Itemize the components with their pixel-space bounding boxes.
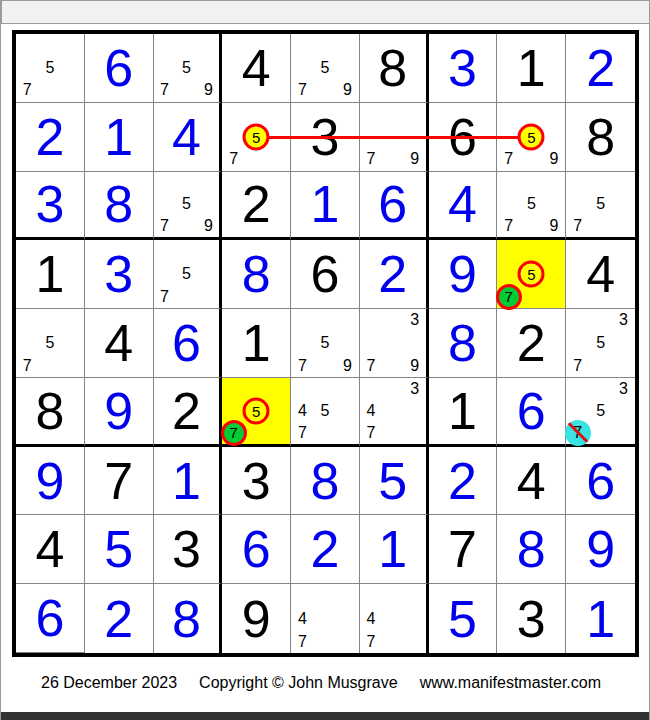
candidate-slot-4: [291, 332, 314, 355]
cell-r7c9[interactable]: 6: [566, 447, 635, 516]
eliminated-candidate-7: 7: [565, 420, 591, 446]
cell-r7c5[interactable]: 8: [291, 447, 360, 516]
candidate-slot-5: [314, 607, 337, 630]
cell-r3c5[interactable]: 1: [291, 172, 360, 241]
given-digit: 8: [360, 34, 426, 102]
candidate-slot-4: [222, 400, 245, 422]
candidate-slot-6: [197, 57, 219, 80]
candidate-slot-6: [612, 193, 635, 215]
candidate-slot-2: [382, 309, 404, 332]
solved-digit: 8: [429, 309, 497, 377]
candidate-slot-6: [61, 57, 84, 80]
title-bar: [1, 0, 650, 24]
candidate-slot-2: [589, 309, 612, 332]
candidate-slot-4: [154, 57, 176, 80]
cell-r3c9[interactable]: 57: [566, 172, 635, 241]
given-digit: 3: [222, 447, 290, 515]
solved-digit: 6: [16, 584, 84, 652]
cell-r9c1[interactable]: 6: [16, 584, 85, 653]
candidate-slot-3: [612, 172, 635, 194]
candidates: 57: [154, 240, 220, 308]
cell-r9c3[interactable]: 8: [154, 584, 223, 653]
sudoku-grid: 5765794579831221457379657983857921645795…: [12, 30, 639, 657]
cell-r5c7[interactable]: 8: [429, 309, 498, 378]
given-digit: 9: [222, 584, 290, 653]
candidate-slot-2: [175, 172, 197, 194]
cell-r1c4[interactable]: 4: [222, 34, 291, 103]
candidates: 379: [360, 309, 426, 377]
candidate-slot-5: 5: [314, 400, 337, 422]
candidate-slot-7: 7: [16, 79, 39, 102]
solved-digit: 9: [566, 515, 635, 583]
candidate-slot-1: [291, 34, 314, 57]
candidate-slot-7: 7: [360, 422, 382, 444]
candidates: 357: [566, 378, 635, 444]
strong-link-line: [257, 136, 532, 139]
candidate-slot-4: [16, 57, 39, 80]
candidate-slot-1: [154, 34, 176, 57]
candidate-slot-5: 5: [520, 193, 543, 215]
candidate-slot-4: 4: [291, 400, 314, 422]
bottom-edge: [1, 712, 650, 720]
candidate-slot-2: [245, 103, 268, 126]
cell-r7c1[interactable]: 9: [16, 447, 85, 516]
candidate-slot-2: [314, 378, 337, 400]
cell-r4c8[interactable]: 57: [497, 240, 566, 309]
cell-r1c2[interactable]: 6: [85, 34, 154, 103]
candidate-slot-7: 7: [360, 630, 382, 653]
candidate-slot-6: [543, 263, 566, 286]
candidate-slot-1: [222, 103, 245, 126]
candidate-slot-1: [360, 584, 382, 607]
candidate-slot-1: [497, 103, 520, 126]
candidate-slot-5: 5: [520, 125, 543, 148]
candidates: 47: [360, 584, 426, 653]
candidate-slot-1: [222, 378, 245, 400]
solved-digit: 8: [291, 447, 359, 515]
candidate-slot-3: 3: [404, 309, 426, 332]
candidate-slot-7: 7: [291, 422, 314, 444]
candidates: 579: [291, 309, 359, 377]
candidate-slot-3: [543, 240, 566, 263]
candidate-slot-3: [404, 584, 426, 607]
solved-digit: 6: [85, 34, 153, 102]
solved-digit: 3: [16, 172, 84, 238]
candidate-slot-3: [197, 172, 219, 194]
given-digit: 1: [429, 378, 497, 444]
candidates: 579: [291, 34, 359, 102]
cell-r8c7[interactable]: 7: [429, 515, 498, 584]
candidate-slot-5: 5: [175, 193, 197, 215]
cell-r1c3[interactable]: 579: [154, 34, 223, 103]
cell-r8c8[interactable]: 8: [497, 515, 566, 584]
candidate-slot-3: [336, 34, 359, 57]
solved-digit: 6: [154, 309, 220, 377]
candidate-slot-4: [222, 125, 245, 148]
solved-digit: 8: [85, 172, 153, 238]
candidate-slot-4: [497, 263, 520, 286]
candidate-slot-4: [154, 193, 176, 215]
candidate-slot-8: [589, 422, 612, 444]
cell-r3c3[interactable]: 579: [154, 172, 223, 241]
candidate-slot-3: [268, 378, 291, 400]
candidate-slot-8: [245, 422, 268, 444]
cell-r6c8[interactable]: 6: [497, 378, 566, 447]
cell-r1c6[interactable]: 8: [360, 34, 429, 103]
cell-r9c2[interactable]: 2: [85, 584, 154, 653]
cell-r6c9[interactable]: 357: [566, 378, 635, 447]
given-digit: 6: [291, 240, 359, 308]
cell-r9c6[interactable]: 47: [360, 584, 429, 653]
candidates: 57: [16, 34, 84, 102]
candidate-slot-7: 7: [222, 148, 245, 171]
cell-r4c6[interactable]: 2: [360, 240, 429, 309]
candidates: 57: [566, 172, 635, 238]
candidate-slot-2: [589, 172, 612, 194]
cell-r6c1[interactable]: 8: [16, 378, 85, 447]
candidate-slot-6: [197, 263, 219, 286]
cell-r3c7[interactable]: 4: [429, 172, 498, 241]
candidate-slot-7: 7: [16, 354, 39, 377]
candidate-slot-2: [589, 378, 612, 400]
cell-r1c5[interactable]: 579: [291, 34, 360, 103]
cell-r6c7[interactable]: 1: [429, 378, 498, 447]
candidate-slot-1: [154, 240, 176, 263]
cell-r3c1[interactable]: 3: [16, 172, 85, 241]
candidate-slot-5: 5: [589, 193, 612, 215]
circled-candidate-5: 5: [518, 261, 545, 288]
candidate-slot-3: [197, 34, 219, 57]
candidates: 579: [154, 34, 220, 102]
candidate-slot-6: [612, 400, 635, 422]
circled-candidate-5: 5: [518, 123, 545, 150]
candidate-slot-1: [154, 172, 176, 194]
cell-r4c3[interactable]: 57: [154, 240, 223, 309]
candidate-slot-9: [61, 79, 84, 102]
candidate-slot-6: [612, 332, 635, 355]
solved-digit: 6: [222, 515, 290, 583]
cell-r3c8[interactable]: 579: [497, 172, 566, 241]
candidate-slot-8: [175, 286, 197, 309]
candidate-slot-7: 7: [154, 215, 176, 237]
candidate-slot-1: [16, 309, 39, 332]
given-digit: 4: [497, 447, 565, 515]
candidate-slot-2: [520, 240, 543, 263]
candidates: 457: [291, 378, 359, 444]
solved-digit: 4: [154, 103, 220, 171]
candidate-slot-7: 7: [497, 286, 520, 309]
circled-candidate-7: 7: [221, 420, 247, 446]
cell-r8c9[interactable]: 9: [566, 515, 635, 584]
candidate-slot-8: [382, 148, 404, 171]
candidate-slot-2: [175, 34, 197, 57]
cell-r6c6[interactable]: 347: [360, 378, 429, 447]
candidate-slot-5: 5: [520, 263, 543, 286]
candidate-slot-2: [39, 34, 62, 57]
candidate-slot-3: [61, 34, 84, 57]
candidate-slot-3: [336, 309, 359, 332]
candidate-slot-8: [175, 79, 197, 102]
candidate-slot-8: [382, 354, 404, 377]
candidate-slot-9: 9: [197, 215, 219, 237]
cell-r1c1[interactable]: 57: [16, 34, 85, 103]
given-digit: 2: [222, 172, 290, 238]
candidate-slot-5: [382, 400, 404, 422]
candidate-slot-4: [566, 193, 589, 215]
candidate-slot-8: [175, 215, 197, 237]
candidate-slot-7: 7: [222, 422, 245, 444]
solved-digit: 9: [85, 378, 153, 444]
given-digit: 4: [85, 309, 153, 377]
cell-r4c9[interactable]: 4: [566, 240, 635, 309]
cell-r9c9[interactable]: 1: [566, 584, 635, 653]
footer: 26 December 2023 Copyright © John Musgra…: [41, 670, 611, 696]
candidate-slot-1: [291, 309, 314, 332]
candidates: 579: [154, 172, 220, 238]
candidate-slot-6: [404, 332, 426, 355]
solved-digit: 5: [429, 584, 497, 653]
given-digit: 1: [16, 240, 84, 308]
given-digit: 3: [497, 584, 565, 653]
cell-r8c3[interactable]: 3: [154, 515, 223, 584]
cell-r3c2[interactable]: 8: [85, 172, 154, 241]
solved-digit: 5: [360, 447, 426, 515]
cell-r8c4[interactable]: 6: [222, 515, 291, 584]
candidate-slot-5: 5: [589, 400, 612, 422]
cell-r9c7[interactable]: 5: [429, 584, 498, 653]
candidate-slot-5: 5: [39, 332, 62, 355]
candidate-slot-1: [497, 240, 520, 263]
given-digit: 4: [566, 240, 635, 308]
candidate-slot-4: [566, 400, 589, 422]
candidate-slot-6: [543, 193, 566, 215]
cell-r7c7[interactable]: 2: [429, 447, 498, 516]
cell-r6c3[interactable]: 2: [154, 378, 223, 447]
candidate-slot-6: [268, 400, 291, 422]
candidate-slot-9: [404, 630, 426, 653]
cell-r7c8[interactable]: 4: [497, 447, 566, 516]
cell-r5c5[interactable]: 579: [291, 309, 360, 378]
candidate-slot-3: 3: [612, 309, 635, 332]
candidate-slot-1: [497, 172, 520, 194]
given-digit: 4: [222, 34, 290, 102]
candidate-slot-9: [197, 286, 219, 309]
candidate-slot-8: [314, 354, 337, 377]
given-digit: 4: [16, 515, 84, 583]
solved-digit: 8: [222, 240, 290, 308]
cell-r3c6[interactable]: 6: [360, 172, 429, 241]
candidate-slot-9: 9: [336, 354, 359, 377]
candidate-slot-5: 5: [245, 125, 268, 148]
solved-digit: 9: [16, 447, 84, 515]
candidate-slot-8: [520, 215, 543, 237]
candidate-slot-2: [175, 240, 197, 263]
candidate-slot-4: 4: [291, 607, 314, 630]
candidate-slot-9: [404, 422, 426, 444]
given-digit: 7: [85, 447, 153, 515]
cell-r5c2[interactable]: 4: [85, 309, 154, 378]
candidate-slot-4: [497, 193, 520, 215]
candidate-slot-8: [589, 354, 612, 377]
candidate-slot-1: [566, 309, 589, 332]
candidate-slot-3: [61, 309, 84, 332]
solved-digit: 2: [16, 103, 84, 171]
circled-candidate-5: 5: [243, 123, 270, 150]
cell-r8c1[interactable]: 4: [16, 515, 85, 584]
candidate-slot-1: [360, 309, 382, 332]
candidate-slot-4: [360, 332, 382, 355]
candidates: 47: [291, 584, 359, 653]
candidate-slot-2: [382, 584, 404, 607]
candidates: 57: [222, 378, 290, 444]
solved-digit: 9: [429, 240, 497, 308]
candidate-slot-9: [543, 286, 566, 309]
cell-r1c7[interactable]: 3: [429, 34, 498, 103]
cell-r7c4[interactable]: 3: [222, 447, 291, 516]
solved-digit: 1: [85, 103, 153, 171]
given-digit: 2: [497, 309, 565, 377]
candidate-slot-2: [314, 309, 337, 332]
candidate-slot-6: [404, 400, 426, 422]
candidate-slot-9: [336, 630, 359, 653]
cell-r5c6[interactable]: 379: [360, 309, 429, 378]
cell-r5c1[interactable]: 57: [16, 309, 85, 378]
cell-r4c4[interactable]: 8: [222, 240, 291, 309]
candidate-slot-8: [314, 79, 337, 102]
candidate-slot-5: 5: [39, 57, 62, 80]
candidate-slot-3: [336, 378, 359, 400]
candidate-slot-9: [612, 215, 635, 237]
candidate-slot-7: 7: [154, 79, 176, 102]
candidate-slot-1: [291, 378, 314, 400]
candidate-slot-8: [382, 422, 404, 444]
cell-r9c5[interactable]: 47: [291, 584, 360, 653]
cell-r5c8[interactable]: 2: [497, 309, 566, 378]
candidate-slot-7: 7: [360, 148, 382, 171]
candidate-slot-6: [543, 125, 566, 148]
given-digit: 7: [429, 515, 497, 583]
cell-r8c5[interactable]: 2: [291, 515, 360, 584]
solved-digit: 1: [566, 584, 635, 653]
candidate-slot-2: [382, 378, 404, 400]
cell-r8c6[interactable]: 1: [360, 515, 429, 584]
footer-website: www.manifestmaster.com: [420, 674, 601, 692]
candidate-slot-7: 7: [360, 354, 382, 377]
candidate-slot-5: [382, 332, 404, 355]
candidate-slot-8: [39, 354, 62, 377]
candidate-slot-8: [589, 215, 612, 237]
solved-digit: 6: [497, 378, 565, 444]
cell-r7c6[interactable]: 5: [360, 447, 429, 516]
cell-r3c4[interactable]: 2: [222, 172, 291, 241]
cell-r1c8[interactable]: 1: [497, 34, 566, 103]
candidate-slot-3: 3: [612, 378, 635, 400]
candidate-slot-2: [382, 103, 404, 126]
candidate-slot-4: 4: [360, 607, 382, 630]
candidate-slot-6: [197, 193, 219, 215]
cell-r1c9[interactable]: 2: [566, 34, 635, 103]
cell-r5c3[interactable]: 6: [154, 309, 223, 378]
cell-r2c9[interactable]: 8: [566, 103, 635, 172]
candidate-slot-9: 9: [543, 215, 566, 237]
candidate-slot-2: [520, 103, 543, 126]
candidate-slot-2: [314, 34, 337, 57]
cell-r7c2[interactable]: 7: [85, 447, 154, 516]
candidate-slot-1: [291, 584, 314, 607]
cell-r6c2[interactable]: 9: [85, 378, 154, 447]
candidate-slot-6: [336, 332, 359, 355]
candidate-slot-4: [291, 57, 314, 80]
cell-r6c4[interactable]: 57: [222, 378, 291, 447]
candidate-slot-4: [16, 332, 39, 355]
footer-date: 26 December 2023: [41, 674, 177, 692]
given-digit: 3: [154, 515, 220, 583]
candidate-slot-7: 7: [291, 630, 314, 653]
cell-r5c9[interactable]: 357: [566, 309, 635, 378]
cell-r9c4[interactable]: 9: [222, 584, 291, 653]
solved-digit: 1: [291, 172, 359, 238]
solved-digit: 8: [497, 515, 565, 583]
candidate-slot-9: [612, 422, 635, 444]
candidate-slot-7: 7: [497, 215, 520, 237]
candidate-slot-3: [543, 172, 566, 194]
cell-r4c7[interactable]: 9: [429, 240, 498, 309]
solved-digit: 5: [85, 515, 153, 583]
candidate-slot-5: 5: [175, 263, 197, 286]
candidate-slot-7: 7: [566, 422, 589, 444]
solved-digit: 2: [291, 515, 359, 583]
candidate-slot-9: 9: [197, 79, 219, 102]
cell-r8c2[interactable]: 5: [85, 515, 154, 584]
cell-r4c2[interactable]: 3: [85, 240, 154, 309]
solved-digit: 2: [85, 584, 153, 653]
candidate-slot-9: [61, 354, 84, 377]
solved-digit: 2: [566, 34, 635, 102]
candidate-slot-6: [336, 400, 359, 422]
cell-r2c2[interactable]: 1: [85, 103, 154, 172]
candidate-slot-6: [336, 607, 359, 630]
cell-r7c3[interactable]: 1: [154, 447, 223, 516]
cell-r6c5[interactable]: 457: [291, 378, 360, 447]
candidate-slot-3: [543, 103, 566, 126]
given-digit: 1: [222, 309, 290, 377]
candidate-slot-2: [39, 309, 62, 332]
circled-candidate-5: 5: [243, 397, 270, 424]
solved-digit: 6: [566, 447, 635, 515]
given-digit: 8: [566, 103, 635, 171]
candidates: 347: [360, 378, 426, 444]
cell-r4c5[interactable]: 6: [291, 240, 360, 309]
circled-candidate-7: 7: [496, 284, 522, 310]
cell-r5c4[interactable]: 1: [222, 309, 291, 378]
footer-copyright: Copyright © John Musgrave: [199, 674, 398, 692]
solved-digit: 8: [154, 584, 220, 653]
candidate-slot-8: [382, 630, 404, 653]
candidate-slot-9: [612, 354, 635, 377]
candidate-slot-1: [360, 378, 382, 400]
cell-r2c3[interactable]: 4: [154, 103, 223, 172]
cell-r4c1[interactable]: 1: [16, 240, 85, 309]
candidates: 57: [497, 240, 565, 308]
cell-r2c1[interactable]: 2: [16, 103, 85, 172]
candidates: 357: [566, 309, 635, 377]
candidate-slot-9: [336, 422, 359, 444]
candidate-slot-1: [566, 172, 589, 194]
candidate-slot-5: 5: [314, 57, 337, 80]
solved-digit: 6: [360, 172, 426, 238]
cell-r9c8[interactable]: 3: [497, 584, 566, 653]
candidate-slot-6: [336, 57, 359, 80]
